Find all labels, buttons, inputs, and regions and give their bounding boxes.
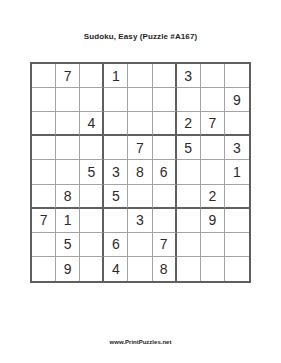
cell-r1c3[interactable] (80, 64, 104, 88)
cell-r6c9[interactable] (225, 185, 249, 209)
cell-r3c7[interactable]: 2 (177, 112, 201, 136)
cell-r4c8[interactable] (201, 136, 225, 160)
cell-r6c4[interactable]: 5 (104, 185, 128, 209)
cell-r3c1[interactable] (32, 112, 56, 136)
cell-r9c8[interactable] (201, 257, 225, 281)
cell-r2c4[interactable] (104, 88, 128, 112)
cell-r2c9[interactable]: 9 (225, 88, 249, 112)
cell-r8c4[interactable]: 6 (104, 233, 128, 257)
cell-r6c2[interactable]: 8 (56, 185, 80, 209)
cell-r2c1[interactable] (32, 88, 56, 112)
cell-r2c5[interactable] (128, 88, 152, 112)
cell-r3c2[interactable] (56, 112, 80, 136)
cell-r9c4[interactable]: 4 (104, 257, 128, 281)
cell-r7c7[interactable] (177, 209, 201, 233)
cell-r2c2[interactable] (56, 88, 80, 112)
cell-r3c4[interactable] (104, 112, 128, 136)
cell-r8c1[interactable] (32, 233, 56, 257)
cell-r1c1[interactable] (32, 64, 56, 88)
cell-r7c5[interactable]: 3 (128, 209, 152, 233)
cell-r3c3[interactable]: 4 (80, 112, 104, 136)
cell-r1c9[interactable] (225, 64, 249, 88)
cell-r1c5[interactable] (128, 64, 152, 88)
cell-r3c5[interactable] (128, 112, 152, 136)
cell-r6c6[interactable] (153, 185, 177, 209)
cell-r4c6[interactable] (153, 136, 177, 160)
cell-r7c8[interactable]: 9 (201, 209, 225, 233)
cell-r7c4[interactable] (104, 209, 128, 233)
footer-site-label: www.PrintPuzzles.net (0, 339, 281, 345)
cell-r3c6[interactable] (153, 112, 177, 136)
cell-r4c1[interactable] (32, 136, 56, 160)
cell-r9c6[interactable]: 8 (153, 257, 177, 281)
cell-r7c1[interactable]: 7 (32, 209, 56, 233)
cell-r8c8[interactable] (201, 233, 225, 257)
cell-r1c2[interactable]: 7 (56, 64, 80, 88)
cell-r7c3[interactable] (80, 209, 104, 233)
cell-r5c8[interactable] (201, 160, 225, 184)
cell-r9c3[interactable] (80, 257, 104, 281)
cell-r5c9[interactable]: 1 (225, 160, 249, 184)
cell-r7c9[interactable] (225, 209, 249, 233)
cell-r8c3[interactable] (80, 233, 104, 257)
cell-r1c7[interactable]: 3 (177, 64, 201, 88)
cell-r2c7[interactable] (177, 88, 201, 112)
cell-r5c7[interactable] (177, 160, 201, 184)
cell-r5c6[interactable]: 6 (153, 160, 177, 184)
cell-r8c6[interactable]: 7 (153, 233, 177, 257)
cell-r6c5[interactable] (128, 185, 152, 209)
cell-r4c7[interactable]: 5 (177, 136, 201, 160)
cell-r3c8[interactable]: 7 (201, 112, 225, 136)
cell-r8c9[interactable] (225, 233, 249, 257)
cell-r9c5[interactable] (128, 257, 152, 281)
cell-r5c2[interactable] (56, 160, 80, 184)
cell-r2c6[interactable] (153, 88, 177, 112)
cell-r4c9[interactable]: 3 (225, 136, 249, 160)
cell-r6c8[interactable]: 2 (201, 185, 225, 209)
cell-r1c8[interactable] (201, 64, 225, 88)
cell-r5c5[interactable]: 8 (128, 160, 152, 184)
puzzle-title: Sudoku, Easy (Puzzle #A167) (0, 32, 281, 41)
cell-r5c1[interactable] (32, 160, 56, 184)
cell-r4c3[interactable] (80, 136, 104, 160)
cell-r6c3[interactable] (80, 185, 104, 209)
cell-r5c3[interactable]: 5 (80, 160, 104, 184)
cell-r2c8[interactable] (201, 88, 225, 112)
cell-r4c4[interactable] (104, 136, 128, 160)
cell-r1c6[interactable] (153, 64, 177, 88)
cell-r9c9[interactable] (225, 257, 249, 281)
puzzle-page: Sudoku, Easy (Puzzle #A167) 713942775353… (0, 0, 281, 363)
cell-r5c4[interactable]: 3 (104, 160, 128, 184)
cell-r4c2[interactable] (56, 136, 80, 160)
cell-r6c7[interactable] (177, 185, 201, 209)
cell-r4c5[interactable]: 7 (128, 136, 152, 160)
sudoku-board: 7139427753538618527139567948 (30, 62, 251, 283)
cell-r1c4[interactable]: 1 (104, 64, 128, 88)
cell-r9c1[interactable] (32, 257, 56, 281)
cell-r9c7[interactable] (177, 257, 201, 281)
cell-r3c9[interactable] (225, 112, 249, 136)
cell-r9c2[interactable]: 9 (56, 257, 80, 281)
cell-r7c2[interactable]: 1 (56, 209, 80, 233)
cell-r8c7[interactable] (177, 233, 201, 257)
cell-r8c5[interactable] (128, 233, 152, 257)
cell-r7c6[interactable] (153, 209, 177, 233)
cell-r6c1[interactable] (32, 185, 56, 209)
cell-r8c2[interactable]: 5 (56, 233, 80, 257)
cell-r2c3[interactable] (80, 88, 104, 112)
